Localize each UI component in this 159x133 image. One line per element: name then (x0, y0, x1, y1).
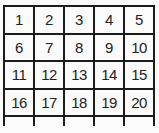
grid-cell-4: 4 (95, 7, 123, 33)
grid-cell-empty-r5c3 (65, 117, 93, 126)
grid-cell-empty-r5c4 (95, 117, 123, 126)
grid-cell-9: 9 (95, 35, 123, 61)
grid-cell-17: 17 (35, 90, 63, 116)
grid-cell-15: 15 (125, 62, 153, 88)
grid-cell-3: 3 (65, 7, 93, 33)
grid-cell-12: 12 (35, 62, 63, 88)
number-grid-board: 1234567891011121314151617181920 (3, 5, 155, 126)
number-chart-image: 1234567891011121314151617181920 (0, 0, 159, 133)
grid-cell-16: 16 (5, 90, 33, 116)
grid-cell-1: 1 (5, 7, 33, 33)
grid-cell-8: 8 (65, 35, 93, 61)
grid-cell-6: 6 (5, 35, 33, 61)
grid-cell-2: 2 (35, 7, 63, 33)
grid-cell-19: 19 (95, 90, 123, 116)
grid-cell-20: 20 (125, 90, 153, 116)
grid-cell-11: 11 (5, 62, 33, 88)
grid-cell-18: 18 (65, 90, 93, 116)
grid-cell-7: 7 (35, 35, 63, 61)
grid-cell-10: 10 (125, 35, 153, 61)
board-clip: 1234567891011121314151617181920 (3, 5, 155, 126)
grid-cell-empty-r5c2 (35, 117, 63, 126)
grid-cell-empty-r5c1 (5, 117, 33, 126)
grid-cell-empty-r5c5 (125, 117, 153, 126)
grid-cell-13: 13 (65, 62, 93, 88)
grid-cell-14: 14 (95, 62, 123, 88)
grid-cell-5: 5 (125, 7, 153, 33)
